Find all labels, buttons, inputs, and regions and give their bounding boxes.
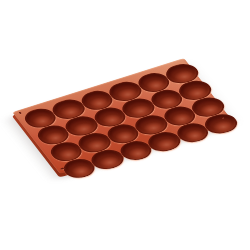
product-photo: [0, 0, 250, 250]
